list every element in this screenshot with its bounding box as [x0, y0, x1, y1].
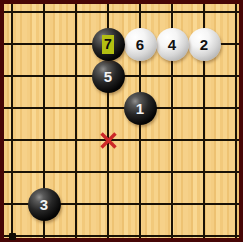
- move-number: 2: [200, 37, 208, 52]
- go-stone-white-6: 6: [124, 28, 157, 61]
- last-move-number-highlighted: 7: [102, 35, 114, 54]
- grid-line-horizontal: [4, 235, 239, 237]
- go-stone-white-2: 2: [188, 28, 221, 61]
- grid-line-horizontal: [4, 107, 239, 109]
- star-point: [9, 233, 16, 240]
- x-marker: [99, 131, 118, 150]
- move-number: 4: [168, 37, 176, 52]
- go-stone-black-5: 5: [92, 60, 125, 93]
- move-number: 3: [40, 197, 48, 212]
- board-surface: 1234567: [4, 4, 239, 238]
- grid-line-horizontal: [4, 11, 239, 13]
- go-stone-black-7: 7: [92, 28, 125, 61]
- go-stone-black-3: 3: [28, 188, 61, 221]
- go-board: 1234567: [0, 0, 243, 242]
- grid-line-horizontal: [4, 139, 239, 141]
- grid-line-horizontal: [4, 171, 239, 173]
- go-stone-black-1: 1: [124, 92, 157, 125]
- go-stone-white-4: 4: [156, 28, 189, 61]
- move-number: 6: [136, 37, 144, 52]
- move-number: 5: [104, 69, 112, 84]
- move-number: 1: [136, 101, 144, 116]
